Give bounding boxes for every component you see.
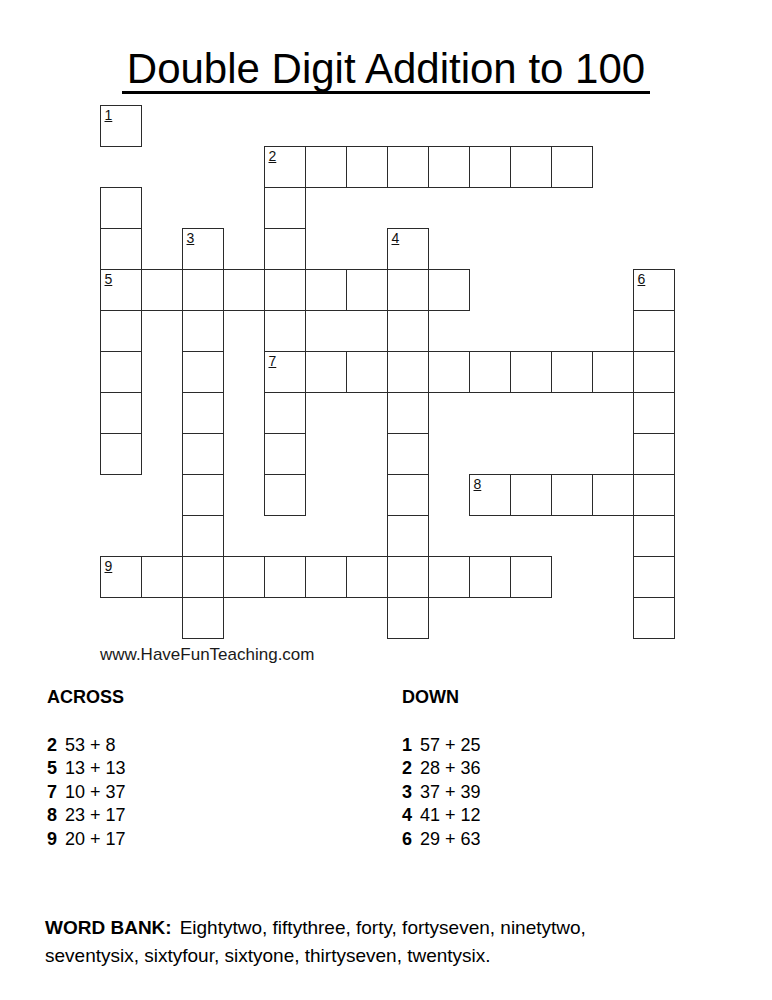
grid-cell[interactable]	[633, 433, 676, 476]
clue-number-label: 2	[47, 734, 65, 757]
worksheet-page: Double Digit Addition to 100 123456789 w…	[0, 0, 772, 1000]
grid-cell[interactable]	[264, 310, 307, 353]
down-clue-3: 337 + 39	[402, 781, 481, 804]
clue-number: 5	[105, 271, 113, 287]
grid-cell[interactable]	[223, 556, 266, 599]
clue-text: 10 + 37	[65, 782, 126, 802]
across-clue-2: 253 + 8	[47, 734, 126, 757]
across-clue-7: 710 + 37	[47, 781, 126, 804]
grid-cell[interactable]	[428, 556, 471, 599]
grid-cell[interactable]	[592, 351, 635, 394]
grid-cell[interactable]	[633, 556, 676, 599]
grid-cell[interactable]	[141, 556, 184, 599]
grid-cell[interactable]	[264, 269, 307, 312]
grid-cell[interactable]	[141, 269, 184, 312]
grid-cell[interactable]	[346, 351, 389, 394]
grid-cell[interactable]	[182, 515, 225, 558]
grid-cell[interactable]	[633, 474, 676, 517]
clue-number-label: 9	[47, 828, 65, 851]
grid-cell[interactable]	[469, 351, 512, 394]
grid-cell[interactable]	[100, 187, 143, 230]
grid-cell[interactable]	[387, 351, 430, 394]
grid-cell[interactable]	[264, 187, 307, 230]
grid-cell[interactable]	[182, 310, 225, 353]
clue-number-label: 8	[47, 804, 65, 827]
title-wrap: Double Digit Addition to 100	[0, 50, 772, 94]
clue-text: 57 + 25	[420, 735, 481, 755]
grid-cell[interactable]: 2	[264, 146, 307, 189]
word-bank-line1: WORD BANK:Eightytwo, fiftythree, forty, …	[45, 914, 586, 942]
grid-cell[interactable]	[264, 228, 307, 271]
down-clue-1: 157 + 25	[402, 734, 481, 757]
grid-cell[interactable]	[100, 433, 143, 476]
clue-number: 4	[392, 230, 400, 246]
grid-cell[interactable]	[551, 351, 594, 394]
grid-cell[interactable]: 9	[100, 556, 143, 599]
grid-cell[interactable]	[387, 146, 430, 189]
grid-cell[interactable]	[633, 392, 676, 435]
grid-cell[interactable]: 8	[469, 474, 512, 517]
grid-cell[interactable]	[387, 269, 430, 312]
clue-number: 3	[187, 230, 195, 246]
across-header: ACROSS	[47, 688, 126, 706]
grid-cell[interactable]	[100, 351, 143, 394]
word-bank-label: WORD BANK:	[45, 917, 172, 938]
clue-number-label: 2	[402, 757, 420, 780]
grid-cell[interactable]	[387, 474, 430, 517]
grid-cell[interactable]	[182, 556, 225, 599]
grid-cell[interactable]	[633, 597, 676, 640]
grid-cell[interactable]	[100, 392, 143, 435]
clue-text: 23 + 17	[65, 805, 126, 825]
grid-cell[interactable]	[387, 556, 430, 599]
grid-cell[interactable]	[387, 392, 430, 435]
down-section: DOWN 157 + 25 228 + 36 337 + 39 441 + 12…	[402, 688, 481, 851]
across-clue-8: 823 + 17	[47, 804, 126, 827]
grid-cell[interactable]	[182, 597, 225, 640]
grid-cell[interactable]	[551, 146, 594, 189]
clue-text: 13 + 13	[65, 758, 126, 778]
word-bank-line2: seventysix, sixtyfour, sixtyone, thirtys…	[45, 942, 586, 970]
grid-cell[interactable]	[510, 351, 553, 394]
grid-cell[interactable]	[100, 228, 143, 271]
grid-cell[interactable]	[223, 269, 266, 312]
grid-cell[interactable]	[182, 392, 225, 435]
grid-cell[interactable]	[551, 474, 594, 517]
grid-cell[interactable]	[305, 269, 348, 312]
clue-number: 8	[474, 476, 482, 492]
crossword-grid: 123456789	[101, 106, 675, 639]
clue-text: 37 + 39	[420, 782, 481, 802]
down-clue-4: 441 + 12	[402, 804, 481, 827]
clue-number: 1	[105, 107, 113, 123]
across-clue-9: 920 + 17	[47, 828, 126, 851]
grid-cell[interactable]: 1	[100, 105, 143, 148]
clue-text: 53 + 8	[65, 735, 116, 755]
clue-number-label: 7	[47, 781, 65, 804]
grid-cell[interactable]	[469, 556, 512, 599]
across-section: ACROSS 253 + 8 513 + 13 710 + 37 823 + 1…	[47, 688, 126, 851]
grid-cell[interactable]	[346, 269, 389, 312]
grid-cell[interactable]	[510, 146, 553, 189]
clue-text: 29 + 63	[420, 829, 481, 849]
clue-number: 6	[638, 271, 646, 287]
grid-cell[interactable]	[469, 146, 512, 189]
grid-cell[interactable]	[428, 351, 471, 394]
clue-number: 7	[269, 353, 277, 369]
word-bank-text2: seventysix, sixtyfour, sixtyone, thirtys…	[45, 945, 491, 966]
grid-cell[interactable]	[346, 146, 389, 189]
clue-number: 9	[105, 558, 113, 574]
grid-cell[interactable]	[633, 310, 676, 353]
grid-cell[interactable]	[264, 433, 307, 476]
grid-cell[interactable]	[633, 351, 676, 394]
grid-cell[interactable]	[428, 146, 471, 189]
grid-cell[interactable]: 4	[387, 228, 430, 271]
grid-cell[interactable]	[264, 474, 307, 517]
grid-cell[interactable]	[633, 515, 676, 558]
page-title: Double Digit Addition to 100	[122, 50, 650, 94]
grid-cell[interactable]	[387, 597, 430, 640]
down-clue-list: 157 + 25 228 + 36 337 + 39 441 + 12 629 …	[402, 734, 481, 851]
across-clue-list: 253 + 8 513 + 13 710 + 37 823 + 17 920 +…	[47, 734, 126, 851]
down-header: DOWN	[402, 688, 481, 706]
grid-cell[interactable]	[346, 556, 389, 599]
grid-cell[interactable]	[264, 556, 307, 599]
grid-cell[interactable]	[305, 351, 348, 394]
grid-cell[interactable]	[592, 474, 635, 517]
grid-cell[interactable]	[182, 474, 225, 517]
clue-number-label: 1	[402, 734, 420, 757]
clue-number-label: 6	[402, 828, 420, 851]
clue-number-label: 3	[402, 781, 420, 804]
grid-cell[interactable]	[182, 351, 225, 394]
grid-cell[interactable]	[182, 433, 225, 476]
grid-cell[interactable]: 7	[264, 351, 307, 394]
grid-cell[interactable]	[387, 310, 430, 353]
word-bank: WORD BANK:Eightytwo, fiftythree, forty, …	[45, 914, 586, 970]
down-clue-6: 629 + 63	[402, 828, 481, 851]
clue-text: 41 + 12	[420, 805, 481, 825]
grid-cell[interactable]	[387, 433, 430, 476]
grid-cell[interactable]	[387, 515, 430, 558]
grid-cell[interactable]	[428, 269, 471, 312]
grid-cell[interactable]: 5	[100, 269, 143, 312]
grid-cell[interactable]	[305, 146, 348, 189]
grid-cell[interactable]	[305, 556, 348, 599]
clue-text: 20 + 17	[65, 829, 126, 849]
across-clue-5: 513 + 13	[47, 757, 126, 780]
grid-cell[interactable]	[100, 310, 143, 353]
clue-text: 28 + 36	[420, 758, 481, 778]
grid-cell[interactable]	[510, 556, 553, 599]
word-bank-text1: Eightytwo, fiftythree, forty, fortyseven…	[180, 917, 586, 938]
clue-number-label: 5	[47, 757, 65, 780]
grid-cell[interactable]: 6	[633, 269, 676, 312]
clue-number-label: 4	[402, 804, 420, 827]
grid-cell[interactable]	[264, 392, 307, 435]
grid-cell[interactable]	[182, 269, 225, 312]
grid-cell[interactable]: 3	[182, 228, 225, 271]
site-credit: www.HaveFunTeaching.com	[100, 645, 314, 665]
grid-cell[interactable]	[510, 474, 553, 517]
down-clue-2: 228 + 36	[402, 757, 481, 780]
clue-number: 2	[269, 148, 277, 164]
